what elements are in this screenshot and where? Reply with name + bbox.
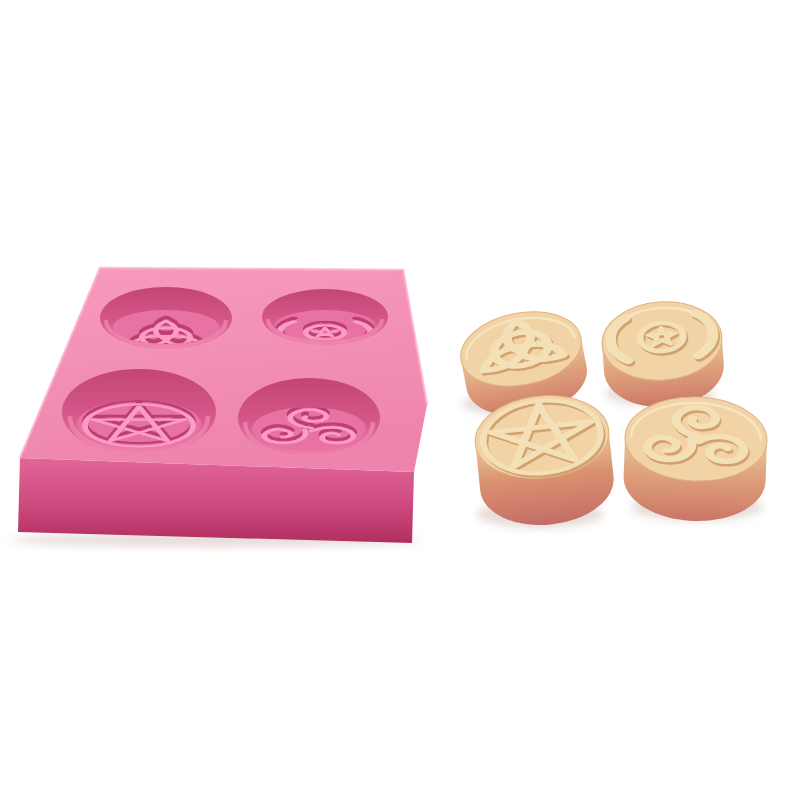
mold-cavity-front-left (62, 369, 216, 455)
scene-canvas (0, 0, 800, 800)
mold-front-face (18, 458, 414, 543)
mold-cavity-back-right (262, 289, 388, 345)
mold-cavity-back-left (100, 287, 232, 349)
soap-triskele (622, 395, 768, 524)
product-photo (0, 0, 800, 800)
mold-cavity-front-right (238, 378, 380, 458)
